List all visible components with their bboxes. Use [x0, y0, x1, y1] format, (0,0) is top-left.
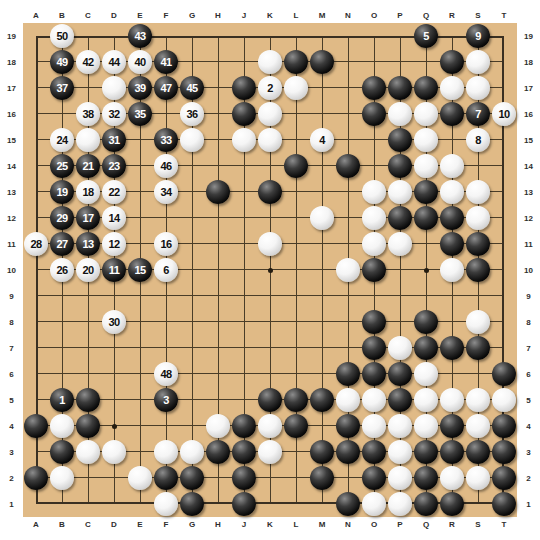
cell-P19[interactable]	[387, 23, 413, 49]
cell-C16[interactable]: 38	[75, 101, 101, 127]
cell-Q16[interactable]	[413, 101, 439, 127]
cell-A7[interactable]	[23, 335, 49, 361]
cell-M16[interactable]	[309, 101, 335, 127]
cell-P16[interactable]	[387, 101, 413, 127]
cell-L10[interactable]	[283, 257, 309, 283]
cell-Q17[interactable]	[413, 75, 439, 101]
cell-B3[interactable]	[49, 439, 75, 465]
cell-P17[interactable]	[387, 75, 413, 101]
cell-E12[interactable]	[127, 205, 153, 231]
cell-R9[interactable]	[439, 283, 465, 309]
cell-D1[interactable]	[101, 491, 127, 517]
cell-F17[interactable]: 47	[153, 75, 179, 101]
cell-B7[interactable]	[49, 335, 75, 361]
cell-K1[interactable]	[257, 491, 283, 517]
cell-F8[interactable]	[153, 309, 179, 335]
cell-L12[interactable]	[283, 205, 309, 231]
cell-L19[interactable]	[283, 23, 309, 49]
cell-L13[interactable]	[283, 179, 309, 205]
cell-H19[interactable]	[205, 23, 231, 49]
cell-H3[interactable]	[205, 439, 231, 465]
cell-N4[interactable]	[335, 413, 361, 439]
cell-S16[interactable]: 7	[465, 101, 491, 127]
cell-Q10[interactable]	[413, 257, 439, 283]
cell-M14[interactable]	[309, 153, 335, 179]
cell-F12[interactable]	[153, 205, 179, 231]
cell-O16[interactable]	[361, 101, 387, 127]
cell-O4[interactable]	[361, 413, 387, 439]
cell-K12[interactable]	[257, 205, 283, 231]
cell-P1[interactable]	[387, 491, 413, 517]
cell-G2[interactable]	[179, 465, 205, 491]
cell-H9[interactable]	[205, 283, 231, 309]
cell-T10[interactable]	[491, 257, 517, 283]
cell-G14[interactable]	[179, 153, 205, 179]
cell-Q3[interactable]	[413, 439, 439, 465]
cell-P5[interactable]	[387, 387, 413, 413]
cell-S14[interactable]	[465, 153, 491, 179]
cell-T14[interactable]	[491, 153, 517, 179]
cell-J14[interactable]	[231, 153, 257, 179]
cell-M6[interactable]	[309, 361, 335, 387]
cell-S5[interactable]	[465, 387, 491, 413]
cell-Q14[interactable]	[413, 153, 439, 179]
cell-A11[interactable]: 28	[23, 231, 49, 257]
cell-A10[interactable]	[23, 257, 49, 283]
cell-M3[interactable]	[309, 439, 335, 465]
cell-L2[interactable]	[283, 465, 309, 491]
cell-M17[interactable]	[309, 75, 335, 101]
cell-G16[interactable]: 36	[179, 101, 205, 127]
cell-R11[interactable]	[439, 231, 465, 257]
cell-F9[interactable]	[153, 283, 179, 309]
cell-H17[interactable]	[205, 75, 231, 101]
cell-N10[interactable]	[335, 257, 361, 283]
cell-C14[interactable]: 21	[75, 153, 101, 179]
cell-N13[interactable]	[335, 179, 361, 205]
cell-H18[interactable]	[205, 49, 231, 75]
cell-E5[interactable]	[127, 387, 153, 413]
cell-C6[interactable]	[75, 361, 101, 387]
cell-L6[interactable]	[283, 361, 309, 387]
cell-E1[interactable]	[127, 491, 153, 517]
cell-A1[interactable]	[23, 491, 49, 517]
cell-J6[interactable]	[231, 361, 257, 387]
cell-R8[interactable]	[439, 309, 465, 335]
cell-S18[interactable]	[465, 49, 491, 75]
cell-F1[interactable]	[153, 491, 179, 517]
cell-P11[interactable]	[387, 231, 413, 257]
cell-M4[interactable]	[309, 413, 335, 439]
cell-B16[interactable]	[49, 101, 75, 127]
cell-K10[interactable]	[257, 257, 283, 283]
cell-N3[interactable]	[335, 439, 361, 465]
cell-C9[interactable]	[75, 283, 101, 309]
cell-J11[interactable]	[231, 231, 257, 257]
cell-L5[interactable]	[283, 387, 309, 413]
cell-B9[interactable]	[49, 283, 75, 309]
cell-A13[interactable]	[23, 179, 49, 205]
cell-K9[interactable]	[257, 283, 283, 309]
cell-T2[interactable]	[491, 465, 517, 491]
cell-L18[interactable]	[283, 49, 309, 75]
cell-T12[interactable]	[491, 205, 517, 231]
cell-P15[interactable]	[387, 127, 413, 153]
cell-J15[interactable]	[231, 127, 257, 153]
cell-L4[interactable]	[283, 413, 309, 439]
cell-F11[interactable]: 16	[153, 231, 179, 257]
cell-R18[interactable]	[439, 49, 465, 75]
cell-M1[interactable]	[309, 491, 335, 517]
cell-J4[interactable]	[231, 413, 257, 439]
cell-F14[interactable]: 46	[153, 153, 179, 179]
cell-H15[interactable]	[205, 127, 231, 153]
cell-H1[interactable]	[205, 491, 231, 517]
cell-T3[interactable]	[491, 439, 517, 465]
cell-T15[interactable]	[491, 127, 517, 153]
cell-A5[interactable]	[23, 387, 49, 413]
cell-P12[interactable]	[387, 205, 413, 231]
cell-H7[interactable]	[205, 335, 231, 361]
cell-C13[interactable]: 18	[75, 179, 101, 205]
cell-G3[interactable]	[179, 439, 205, 465]
cell-A16[interactable]	[23, 101, 49, 127]
cell-N1[interactable]	[335, 491, 361, 517]
cell-A12[interactable]	[23, 205, 49, 231]
cell-N16[interactable]	[335, 101, 361, 127]
cell-S6[interactable]	[465, 361, 491, 387]
cell-E2[interactable]	[127, 465, 153, 491]
cell-S1[interactable]	[465, 491, 491, 517]
cell-P9[interactable]	[387, 283, 413, 309]
cell-M2[interactable]	[309, 465, 335, 491]
cell-A19[interactable]	[23, 23, 49, 49]
cell-G19[interactable]	[179, 23, 205, 49]
cell-G17[interactable]: 45	[179, 75, 205, 101]
cell-T1[interactable]	[491, 491, 517, 517]
cell-O12[interactable]	[361, 205, 387, 231]
cell-O7[interactable]	[361, 335, 387, 361]
cell-L17[interactable]	[283, 75, 309, 101]
cell-O11[interactable]	[361, 231, 387, 257]
cell-Q9[interactable]	[413, 283, 439, 309]
cell-A15[interactable]	[23, 127, 49, 153]
cell-E17[interactable]: 39	[127, 75, 153, 101]
cell-H4[interactable]	[205, 413, 231, 439]
cell-G1[interactable]	[179, 491, 205, 517]
cell-Q19[interactable]: 5	[413, 23, 439, 49]
cell-S13[interactable]	[465, 179, 491, 205]
cell-E15[interactable]	[127, 127, 153, 153]
cell-N14[interactable]	[335, 153, 361, 179]
cell-C3[interactable]	[75, 439, 101, 465]
cell-G5[interactable]	[179, 387, 205, 413]
cell-D16[interactable]: 32	[101, 101, 127, 127]
cell-O17[interactable]	[361, 75, 387, 101]
cell-K18[interactable]	[257, 49, 283, 75]
cell-F18[interactable]: 41	[153, 49, 179, 75]
cell-J8[interactable]	[231, 309, 257, 335]
cell-M8[interactable]	[309, 309, 335, 335]
cell-R19[interactable]	[439, 23, 465, 49]
cell-A2[interactable]	[23, 465, 49, 491]
cell-G15[interactable]	[179, 127, 205, 153]
cell-H10[interactable]	[205, 257, 231, 283]
cell-N5[interactable]	[335, 387, 361, 413]
cell-E19[interactable]: 43	[127, 23, 153, 49]
cell-O10[interactable]	[361, 257, 387, 283]
cell-H5[interactable]	[205, 387, 231, 413]
cell-S2[interactable]	[465, 465, 491, 491]
cell-O5[interactable]	[361, 387, 387, 413]
cell-L11[interactable]	[283, 231, 309, 257]
cell-N6[interactable]	[335, 361, 361, 387]
cell-E11[interactable]	[127, 231, 153, 257]
cell-C15[interactable]	[75, 127, 101, 153]
cell-C10[interactable]: 20	[75, 257, 101, 283]
cell-A8[interactable]	[23, 309, 49, 335]
cell-M5[interactable]	[309, 387, 335, 413]
cell-C18[interactable]: 42	[75, 49, 101, 75]
cell-M12[interactable]	[309, 205, 335, 231]
cell-H6[interactable]	[205, 361, 231, 387]
cell-E6[interactable]	[127, 361, 153, 387]
cell-K15[interactable]	[257, 127, 283, 153]
cell-P18[interactable]	[387, 49, 413, 75]
cell-J12[interactable]	[231, 205, 257, 231]
cell-T6[interactable]	[491, 361, 517, 387]
cell-O19[interactable]	[361, 23, 387, 49]
cell-R4[interactable]	[439, 413, 465, 439]
cell-O2[interactable]	[361, 465, 387, 491]
cell-B19[interactable]: 50	[49, 23, 75, 49]
cell-D7[interactable]	[101, 335, 127, 361]
cell-M19[interactable]	[309, 23, 335, 49]
cell-G4[interactable]	[179, 413, 205, 439]
cell-P13[interactable]	[387, 179, 413, 205]
cell-K2[interactable]	[257, 465, 283, 491]
cell-S10[interactable]	[465, 257, 491, 283]
cell-B13[interactable]: 19	[49, 179, 75, 205]
cell-E16[interactable]: 35	[127, 101, 153, 127]
cell-Q2[interactable]	[413, 465, 439, 491]
cell-D15[interactable]: 31	[101, 127, 127, 153]
cell-N2[interactable]	[335, 465, 361, 491]
cell-J18[interactable]	[231, 49, 257, 75]
cell-S8[interactable]	[465, 309, 491, 335]
cell-N15[interactable]	[335, 127, 361, 153]
cell-A14[interactable]	[23, 153, 49, 179]
cell-M18[interactable]	[309, 49, 335, 75]
cell-Q6[interactable]	[413, 361, 439, 387]
cell-S15[interactable]: 8	[465, 127, 491, 153]
cell-K13[interactable]	[257, 179, 283, 205]
cell-M9[interactable]	[309, 283, 335, 309]
cell-D6[interactable]	[101, 361, 127, 387]
cell-T7[interactable]	[491, 335, 517, 361]
cell-H16[interactable]	[205, 101, 231, 127]
cell-D17[interactable]	[101, 75, 127, 101]
cell-O9[interactable]	[361, 283, 387, 309]
cell-F5[interactable]: 3	[153, 387, 179, 413]
cell-K17[interactable]: 2	[257, 75, 283, 101]
cell-G18[interactable]	[179, 49, 205, 75]
cell-E13[interactable]	[127, 179, 153, 205]
cell-D9[interactable]	[101, 283, 127, 309]
cell-L9[interactable]	[283, 283, 309, 309]
cell-D10[interactable]: 11	[101, 257, 127, 283]
cell-L14[interactable]	[283, 153, 309, 179]
cell-C19[interactable]	[75, 23, 101, 49]
cell-J5[interactable]	[231, 387, 257, 413]
cell-D18[interactable]: 44	[101, 49, 127, 75]
cell-R15[interactable]	[439, 127, 465, 153]
cell-C5[interactable]	[75, 387, 101, 413]
cell-Q1[interactable]	[413, 491, 439, 517]
cell-S19[interactable]: 9	[465, 23, 491, 49]
cell-F7[interactable]	[153, 335, 179, 361]
cell-K19[interactable]	[257, 23, 283, 49]
cell-M7[interactable]	[309, 335, 335, 361]
cell-G12[interactable]	[179, 205, 205, 231]
cell-D4[interactable]	[101, 413, 127, 439]
cell-G10[interactable]	[179, 257, 205, 283]
cell-C12[interactable]: 17	[75, 205, 101, 231]
cell-L1[interactable]	[283, 491, 309, 517]
cell-J19[interactable]	[231, 23, 257, 49]
cell-P2[interactable]	[387, 465, 413, 491]
cell-O13[interactable]	[361, 179, 387, 205]
cell-N12[interactable]	[335, 205, 361, 231]
cell-K6[interactable]	[257, 361, 283, 387]
cell-A17[interactable]	[23, 75, 49, 101]
cell-R3[interactable]	[439, 439, 465, 465]
cell-J3[interactable]	[231, 439, 257, 465]
cell-B17[interactable]: 37	[49, 75, 75, 101]
cell-M15[interactable]: 4	[309, 127, 335, 153]
cell-K3[interactable]	[257, 439, 283, 465]
cell-K5[interactable]	[257, 387, 283, 413]
cell-M11[interactable]	[309, 231, 335, 257]
cell-G6[interactable]	[179, 361, 205, 387]
cell-F6[interactable]: 48	[153, 361, 179, 387]
cell-O3[interactable]	[361, 439, 387, 465]
cell-P4[interactable]	[387, 413, 413, 439]
cell-Q4[interactable]	[413, 413, 439, 439]
cell-E9[interactable]	[127, 283, 153, 309]
cell-E4[interactable]	[127, 413, 153, 439]
cell-P14[interactable]	[387, 153, 413, 179]
cell-Q18[interactable]	[413, 49, 439, 75]
cell-C17[interactable]	[75, 75, 101, 101]
cell-G8[interactable]	[179, 309, 205, 335]
cell-D11[interactable]: 12	[101, 231, 127, 257]
cell-Q15[interactable]	[413, 127, 439, 153]
cell-S17[interactable]	[465, 75, 491, 101]
cell-L15[interactable]	[283, 127, 309, 153]
cell-O6[interactable]	[361, 361, 387, 387]
cell-J17[interactable]	[231, 75, 257, 101]
cell-T16[interactable]: 10	[491, 101, 517, 127]
cell-B12[interactable]: 29	[49, 205, 75, 231]
cell-A9[interactable]	[23, 283, 49, 309]
cell-T17[interactable]	[491, 75, 517, 101]
cell-N7[interactable]	[335, 335, 361, 361]
cell-D2[interactable]	[101, 465, 127, 491]
cell-A18[interactable]	[23, 49, 49, 75]
cell-B2[interactable]	[49, 465, 75, 491]
cell-J9[interactable]	[231, 283, 257, 309]
cell-T9[interactable]	[491, 283, 517, 309]
cell-R14[interactable]	[439, 153, 465, 179]
cell-O14[interactable]	[361, 153, 387, 179]
cell-O8[interactable]	[361, 309, 387, 335]
cell-F16[interactable]	[153, 101, 179, 127]
cell-C7[interactable]	[75, 335, 101, 361]
cell-C8[interactable]	[75, 309, 101, 335]
cell-E18[interactable]: 40	[127, 49, 153, 75]
cell-H14[interactable]	[205, 153, 231, 179]
cell-T4[interactable]	[491, 413, 517, 439]
cell-T13[interactable]	[491, 179, 517, 205]
cell-S11[interactable]	[465, 231, 491, 257]
cell-O18[interactable]	[361, 49, 387, 75]
cell-F15[interactable]: 33	[153, 127, 179, 153]
cell-D3[interactable]	[101, 439, 127, 465]
cell-B10[interactable]: 26	[49, 257, 75, 283]
cell-R6[interactable]	[439, 361, 465, 387]
cell-P6[interactable]	[387, 361, 413, 387]
cell-A3[interactable]	[23, 439, 49, 465]
cell-Q7[interactable]	[413, 335, 439, 361]
cell-F2[interactable]	[153, 465, 179, 491]
cell-D19[interactable]	[101, 23, 127, 49]
cell-O1[interactable]	[361, 491, 387, 517]
cell-E8[interactable]	[127, 309, 153, 335]
cell-B11[interactable]: 27	[49, 231, 75, 257]
cell-O15[interactable]	[361, 127, 387, 153]
cell-D12[interactable]: 14	[101, 205, 127, 231]
cell-F3[interactable]	[153, 439, 179, 465]
cell-F4[interactable]	[153, 413, 179, 439]
cell-R7[interactable]	[439, 335, 465, 361]
cell-B14[interactable]: 25	[49, 153, 75, 179]
cell-B6[interactable]	[49, 361, 75, 387]
cell-Q13[interactable]	[413, 179, 439, 205]
cell-F10[interactable]: 6	[153, 257, 179, 283]
cell-B15[interactable]: 24	[49, 127, 75, 153]
cell-R10[interactable]	[439, 257, 465, 283]
cell-L16[interactable]	[283, 101, 309, 127]
cell-R16[interactable]	[439, 101, 465, 127]
cell-B8[interactable]	[49, 309, 75, 335]
cell-S7[interactable]	[465, 335, 491, 361]
cell-B18[interactable]: 49	[49, 49, 75, 75]
cell-N18[interactable]	[335, 49, 361, 75]
cell-E10[interactable]: 15	[127, 257, 153, 283]
cell-D14[interactable]: 23	[101, 153, 127, 179]
cell-H13[interactable]	[205, 179, 231, 205]
cell-R1[interactable]	[439, 491, 465, 517]
cell-N17[interactable]	[335, 75, 361, 101]
cell-S9[interactable]	[465, 283, 491, 309]
cell-G9[interactable]	[179, 283, 205, 309]
cell-J1[interactable]	[231, 491, 257, 517]
cell-Q12[interactable]	[413, 205, 439, 231]
cell-F13[interactable]: 34	[153, 179, 179, 205]
cell-R12[interactable]	[439, 205, 465, 231]
cell-J7[interactable]	[231, 335, 257, 361]
